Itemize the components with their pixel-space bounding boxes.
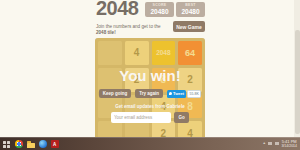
email-form: Go: [95, 112, 205, 123]
tagline-goal: 2048 tile!: [96, 30, 116, 35]
browser-scrollbar[interactable]: [294, 0, 300, 137]
tweet-button[interactable]: Tweet: [167, 90, 186, 98]
email-go-button[interactable]: Go: [174, 112, 189, 123]
tweet-label: Tweet: [173, 91, 184, 96]
tweet-widget: Tweet 55.8K: [167, 90, 201, 98]
win-message: You win!: [95, 67, 205, 84]
scrollbar-thumb[interactable]: [295, 30, 300, 134]
tweet-count: 55.8K: [187, 90, 201, 98]
adobe-reader-icon[interactable]: A: [50, 140, 59, 149]
clock-date: 3/14/2014: [281, 144, 297, 148]
best-value: 20480: [181, 9, 199, 16]
overlay-buttons: Keep going Try again Tweet 55.8K: [95, 89, 205, 98]
game-board: 42048642824824 You win! Keep going Try a…: [95, 38, 205, 148]
screen: 2048 SCORE 20480 BEST 20480 Join the num…: [0, 0, 300, 150]
score-value: 20480: [150, 9, 168, 16]
tagline: Join the numbers and get to the 2048 til…: [96, 24, 170, 35]
email-updates-heading: Get email updates from Gabriele: [95, 104, 205, 109]
score-panel: SCORE 20480 BEST 20480: [145, 2, 205, 17]
file-explorer-icon[interactable]: [26, 140, 35, 149]
tray-expand-icon[interactable]: ▲: [262, 142, 265, 146]
sub-header: Join the numbers and get to the 2048 til…: [95, 21, 205, 34]
try-again-button[interactable]: Try again: [135, 89, 163, 98]
start-button-icon[interactable]: [2, 140, 11, 149]
score-box: SCORE 20480: [145, 2, 174, 17]
windows-taskbar: A ▲ 5:41 PM 3/14/2014: [0, 137, 300, 150]
taskbar-clock[interactable]: 5:41 PM 3/14/2014: [281, 140, 297, 149]
chrome-icon[interactable]: [14, 140, 23, 149]
email-input[interactable]: [111, 112, 171, 123]
volume-icon[interactable]: [275, 142, 279, 145]
network-icon[interactable]: [268, 142, 272, 145]
twitter-bird-icon: [169, 92, 172, 95]
tagline-text: Join the numbers and get to the: [96, 24, 161, 29]
score-label: SCORE: [153, 4, 167, 8]
system-tray: ▲ 5:41 PM 3/14/2014: [262, 140, 300, 149]
internet-explorer-icon[interactable]: [38, 140, 47, 149]
best-box: BEST 20480: [176, 2, 205, 17]
best-label: BEST: [185, 4, 196, 8]
page-title: 2048: [96, 0, 139, 20]
win-overlay: You win! Keep going Try again Tweet 55.8…: [95, 38, 205, 148]
keep-going-button[interactable]: Keep going: [99, 89, 132, 98]
new-game-button[interactable]: New Game: [173, 21, 205, 32]
